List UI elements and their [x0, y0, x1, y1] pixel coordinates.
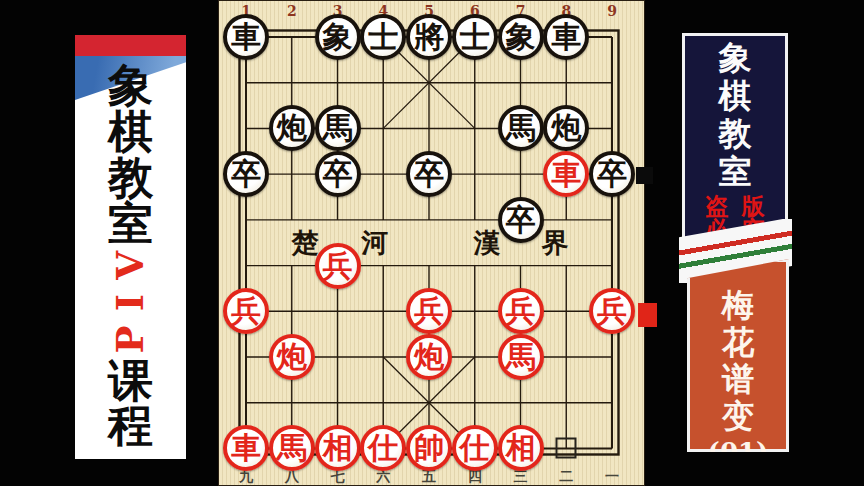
right-bottom-panel: 梅花谱变 (01)	[687, 259, 789, 452]
piece-glyph: 相	[506, 433, 536, 463]
file-label-top: 9	[607, 3, 617, 19]
star-corner	[572, 343, 580, 351]
banner-subtitle: 课程	[108, 358, 153, 448]
star-corner	[507, 180, 515, 188]
piece-glyph: 卒	[231, 159, 261, 189]
piece-red-車[interactable]: 車	[543, 151, 589, 197]
piece-glyph: 炮	[277, 342, 307, 372]
piece-glyph: 象	[323, 22, 353, 52]
star-corner	[527, 180, 535, 188]
piece-red-相[interactable]: 相	[498, 425, 544, 471]
piece-glyph: 車	[551, 22, 581, 52]
banner-char: 变	[722, 398, 754, 435]
episode-number: (01)	[708, 437, 769, 467]
piece-black-卒[interactable]: 卒	[589, 151, 635, 197]
left-banner: 象棋教室 VIP 课程	[75, 35, 186, 459]
board-edge-tab-red	[638, 303, 657, 327]
star-point-marker	[552, 343, 580, 371]
piece-glyph: 兵	[323, 251, 353, 281]
last-move-from-marker	[556, 438, 577, 459]
banner-char: 象	[719, 39, 752, 77]
piece-glyph: 將	[414, 22, 444, 52]
banner-title: 象棋教室	[108, 63, 153, 247]
piece-red-兵[interactable]: 兵	[589, 288, 635, 334]
piece-glyph: 兵	[414, 296, 444, 326]
banner-char: P	[112, 326, 149, 354]
banner-char: 棋	[108, 109, 153, 155]
star-corner	[344, 297, 352, 305]
piece-red-兵[interactable]: 兵	[315, 243, 361, 289]
banner-vip-label: VIP	[116, 247, 145, 358]
river-label-right: 漢	[474, 225, 501, 261]
piece-black-象[interactable]: 象	[498, 14, 544, 60]
star-corner	[527, 160, 535, 168]
banner-char: 盗	[706, 194, 729, 217]
piece-red-帥[interactable]: 帥	[406, 425, 452, 471]
piece-glyph: 兵	[231, 296, 261, 326]
banner-text: 象棋教室 VIP 课程	[75, 63, 186, 448]
piece-glyph: 象	[506, 22, 536, 52]
piece-black-士[interactable]: 士	[360, 14, 406, 60]
piece-black-馬[interactable]: 馬	[315, 105, 361, 151]
river-label-right: 界	[542, 225, 569, 261]
piece-black-馬[interactable]: 馬	[498, 105, 544, 151]
piece-red-馬[interactable]: 馬	[269, 425, 315, 471]
board-grid-lines	[218, 0, 645, 486]
river-label-left: 河	[362, 225, 389, 261]
banner-char: V	[112, 251, 149, 280]
piece-glyph: 馬	[323, 113, 353, 143]
piece-glyph: 士	[368, 22, 398, 52]
piece-red-車[interactable]: 車	[223, 425, 269, 471]
banner-char: 教	[108, 155, 153, 201]
river-label-left: 楚	[292, 225, 319, 261]
star-corner	[572, 363, 580, 371]
piece-red-相[interactable]: 相	[315, 425, 361, 471]
piece-black-車[interactable]: 車	[543, 14, 589, 60]
piece-black-將[interactable]: 將	[406, 14, 452, 60]
piece-red-兵[interactable]: 兵	[223, 288, 269, 334]
piece-red-兵[interactable]: 兵	[498, 288, 544, 334]
banner-char: I	[112, 294, 149, 311]
banner-char: 室	[719, 153, 752, 191]
banner-red-bar	[75, 35, 186, 56]
piece-glyph: 卒	[597, 159, 627, 189]
star-corner	[507, 160, 515, 168]
board-edge-tab-black	[636, 167, 653, 184]
piece-black-炮[interactable]: 炮	[543, 105, 589, 151]
video-frame: 象棋教室 VIP 课程 123456789九八七六五四三二一楚河漢界車象士將士象…	[0, 0, 864, 486]
file-label-bottom: 一	[605, 468, 619, 486]
star-corner	[552, 363, 560, 371]
star-corner	[324, 317, 332, 325]
piece-glyph: 車	[231, 22, 261, 52]
banner-char: 花	[722, 324, 754, 361]
file-label-top: 2	[287, 3, 297, 19]
piece-glyph: 仕	[460, 433, 490, 463]
piece-glyph: 卒	[414, 159, 444, 189]
piece-glyph: 士	[460, 22, 490, 52]
piece-red-馬[interactable]: 馬	[498, 334, 544, 380]
banner-char: 象	[108, 63, 153, 109]
star-corner	[344, 317, 352, 325]
piece-red-仕[interactable]: 仕	[452, 425, 498, 471]
piece-glyph: 卒	[506, 205, 536, 235]
piece-red-炮[interactable]: 炮	[269, 334, 315, 380]
star-corner	[552, 343, 560, 351]
piece-glyph: 兵	[597, 296, 627, 326]
piece-glyph: 炮	[277, 113, 307, 143]
piece-glyph: 車	[551, 159, 581, 189]
banner-char: 室	[108, 201, 153, 247]
piece-glyph: 帥	[414, 433, 444, 463]
piece-glyph: 馬	[506, 342, 536, 372]
banner-char: 程	[108, 403, 153, 448]
piece-black-炮[interactable]: 炮	[269, 105, 315, 151]
piece-glyph: 馬	[277, 433, 307, 463]
piece-glyph: 兵	[506, 296, 536, 326]
banner-char: 课	[108, 358, 153, 403]
piece-red-炮[interactable]: 炮	[406, 334, 452, 380]
piece-glyph: 車	[231, 433, 261, 463]
piece-black-車[interactable]: 車	[223, 14, 269, 60]
star-point-marker	[507, 160, 535, 188]
star-point-marker	[324, 297, 352, 325]
banner-char: 版	[742, 194, 765, 217]
piece-red-仕[interactable]: 仕	[360, 425, 406, 471]
piece-black-卒[interactable]: 卒	[406, 151, 452, 197]
piece-black-士[interactable]: 士	[452, 14, 498, 60]
xiangqi-board[interactable]: 123456789九八七六五四三二一楚河漢界車象士將士象車炮馬馬炮卒卒卒卒卒車兵…	[218, 0, 645, 486]
banner-char: 棋	[719, 77, 752, 115]
piece-black-象[interactable]: 象	[315, 14, 361, 60]
right-panel-title: 象棋教室	[719, 39, 752, 191]
piece-glyph: 馬	[506, 113, 536, 143]
star-corner	[324, 297, 332, 305]
piece-black-卒[interactable]: 卒	[498, 197, 544, 243]
banner-char: 教	[719, 115, 752, 153]
piece-glyph: 卒	[323, 159, 353, 189]
piece-glyph: 仕	[368, 433, 398, 463]
piece-glyph: 炮	[414, 342, 444, 372]
piece-black-卒[interactable]: 卒	[223, 151, 269, 197]
file-label-bottom: 二	[559, 468, 573, 486]
piece-red-兵[interactable]: 兵	[406, 288, 452, 334]
banner-char: 梅	[722, 287, 754, 324]
banner-char: 谱	[722, 361, 754, 398]
piece-glyph: 炮	[551, 113, 581, 143]
piece-black-卒[interactable]: 卒	[315, 151, 361, 197]
series-title: 梅花谱变	[722, 287, 754, 435]
right-top-panel: 象棋教室 盗版必究	[682, 33, 788, 246]
piece-glyph: 相	[323, 433, 353, 463]
